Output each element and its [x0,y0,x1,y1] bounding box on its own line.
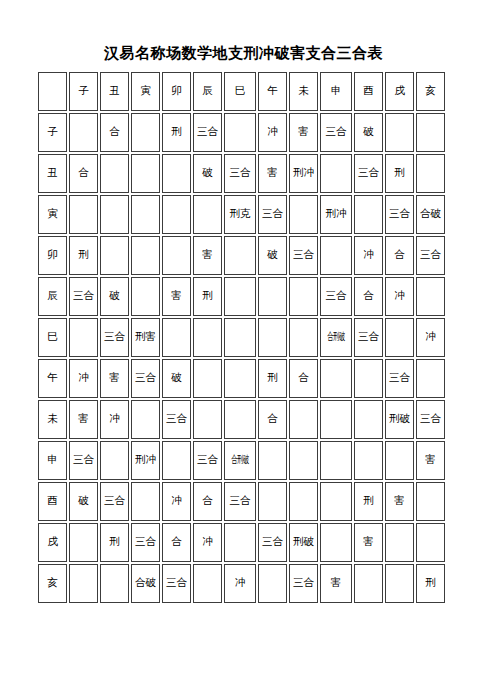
cell-午-子: 冲 [69,359,98,398]
table-row-丑: 丑合破三合害刑冲三合刑 [38,154,445,193]
cell-亥-卯: 三合 [162,564,191,603]
cell-亥-酉 [354,564,383,603]
cell-辰-午 [258,277,287,316]
cell-戌-申 [320,523,352,562]
cell-丑-子: 合 [69,154,98,193]
cell-酉-亥 [416,482,445,521]
row-header-戌: 戌 [38,523,67,562]
cell-寅-子 [69,195,98,234]
earthly-branch-relationship-table: 子丑寅卯辰巳午未申酉戌亥子合刑三合冲害三合破丑合破三合害刑冲三合刑寅刑克三合刑冲… [36,70,447,605]
cell-酉-丑: 三合 [100,482,129,521]
cell-子-亥 [416,113,445,152]
cell-巳-卯 [162,318,191,357]
cell-卯-巳 [224,236,256,275]
cell-酉-申 [320,482,352,521]
cell-申-申 [320,441,352,480]
cell-午-寅: 三合 [131,359,160,398]
cell-戌-辰: 冲 [193,523,222,562]
cell-卯-子: 刑 [69,236,98,275]
col-header-子: 子 [69,72,98,111]
cell-巳-辰 [193,318,222,357]
cell-戌-巳 [224,523,256,562]
document-page: 汉易名称场数学地支刑冲破害支合三合表 子丑寅卯辰巳午未申酉戌亥子合刑三合冲害三合… [0,0,487,690]
cell-辰-寅 [131,277,160,316]
row-header-子: 子 [38,113,67,152]
cell-寅-寅 [131,195,160,234]
table-row-酉: 酉破三合冲合三合刑害 [38,482,445,521]
cell-辰-丑: 破 [100,277,129,316]
cell-辰-子: 三合 [69,277,98,316]
table-row-卯: 卯刑害破三合冲合三合 [38,236,445,275]
cell-卯-亥: 三合 [416,236,445,275]
cell-午-辰 [193,359,222,398]
cell-亥-午 [258,564,287,603]
page-title: 汉易名称场数学地支刑冲破害支合三合表 [0,44,487,63]
cell-申-巳: 合刑破 [224,441,256,480]
cell-申-辰: 三合 [193,441,222,480]
cell-寅-辰 [193,195,222,234]
cell-酉-寅 [131,482,160,521]
cell-未-寅 [131,400,160,439]
cell-未-巳 [224,400,256,439]
corner-cell [38,72,67,111]
cell-辰-戌: 冲 [385,277,414,316]
cell-酉-卯: 冲 [162,482,191,521]
col-header-未: 未 [289,72,318,111]
cell-丑-酉: 三合 [354,154,383,193]
cell-寅-戌: 三合 [385,195,414,234]
cell-未-子: 害 [69,400,98,439]
cell-子-辰: 三合 [193,113,222,152]
cell-丑-申 [320,154,352,193]
cell-巳-申: 合刑破 [320,318,352,357]
cell-申-亥: 害 [416,441,445,480]
cell-卯-丑 [100,236,129,275]
cell-申-午 [258,441,287,480]
cell-寅-丑 [100,195,129,234]
cell-子-卯: 刑 [162,113,191,152]
cell-未-未 [289,400,318,439]
cell-酉-酉: 刑 [354,482,383,521]
cell-酉-辰: 合 [193,482,222,521]
cell-卯-卯 [162,236,191,275]
cell-申-寅: 刑冲 [131,441,160,480]
cell-子-寅 [131,113,160,152]
cell-午-戌: 三合 [385,359,414,398]
cell-子-戌 [385,113,414,152]
col-header-亥: 亥 [416,72,445,111]
cell-丑-戌: 刑 [385,154,414,193]
cell-寅-亥: 合破 [416,195,445,234]
cell-丑-午: 害 [258,154,287,193]
row-header-巳: 巳 [38,318,67,357]
cell-未-丑: 冲 [100,400,129,439]
cell-子-丑: 合 [100,113,129,152]
cell-亥-申: 害 [320,564,352,603]
cell-子-子 [69,113,98,152]
cell-未-申 [320,400,352,439]
cell-丑-卯 [162,154,191,193]
cell-酉-戌: 害 [385,482,414,521]
cell-申-卯 [162,441,191,480]
cell-辰-申: 三合 [320,277,352,316]
cell-亥-亥: 刑 [416,564,445,603]
cell-巳-丑: 三合 [100,318,129,357]
cell-卯-午: 破 [258,236,287,275]
table-row-戌: 戌刑三合合冲三合刑破害 [38,523,445,562]
cell-午-卯: 破 [162,359,191,398]
cell-寅-卯 [162,195,191,234]
cell-巳-亥: 冲 [416,318,445,357]
cell-未-酉 [354,400,383,439]
row-header-辰: 辰 [38,277,67,316]
row-header-未: 未 [38,400,67,439]
cell-戌-丑: 刑 [100,523,129,562]
cell-亥-寅: 合破 [131,564,160,603]
table-row-未: 未害冲三合合刑破三合 [38,400,445,439]
col-header-巳: 巳 [224,72,256,111]
table-row-辰: 辰三合破害刑三合合冲 [38,277,445,316]
cell-卯-酉: 冲 [354,236,383,275]
row-header-卯: 卯 [38,236,67,275]
cell-卯-辰: 害 [193,236,222,275]
cell-辰-卯: 害 [162,277,191,316]
cell-午-酉 [354,359,383,398]
cell-丑-亥 [416,154,445,193]
cell-巳-酉: 三合 [354,318,383,357]
cell-丑-丑 [100,154,129,193]
cell-子-未: 害 [289,113,318,152]
cell-卯-寅 [131,236,160,275]
table-row-子: 子合刑三合冲害三合破 [38,113,445,152]
header-row: 子丑寅卯辰巳午未申酉戌亥 [38,72,445,111]
cell-申-子: 三合 [69,441,98,480]
cell-巳-午 [258,318,287,357]
col-header-辰: 辰 [193,72,222,111]
table-row-寅: 寅刑克三合刑冲三合合破 [38,195,445,234]
cell-午-丑: 害 [100,359,129,398]
row-header-申: 申 [38,441,67,480]
cell-巳-子 [69,318,98,357]
col-header-戌: 戌 [385,72,414,111]
cell-酉-子: 破 [69,482,98,521]
cell-酉-巳: 三合 [224,482,256,521]
row-header-寅: 寅 [38,195,67,234]
cell-戌-卯: 合 [162,523,191,562]
cell-亥-戌 [385,564,414,603]
cell-戌-酉: 害 [354,523,383,562]
cell-亥-子 [69,564,98,603]
cell-戌-子 [69,523,98,562]
table-body: 子丑寅卯辰巳午未申酉戌亥子合刑三合冲害三合破丑合破三合害刑冲三合刑寅刑克三合刑冲… [38,72,445,603]
cell-子-巳 [224,113,256,152]
cell-申-未 [289,441,318,480]
row-header-亥: 亥 [38,564,67,603]
cell-未-亥: 三合 [416,400,445,439]
cell-寅-巳: 刑克 [224,195,256,234]
cell-子-申: 三合 [320,113,352,152]
cell-午-亥 [416,359,445,398]
cell-丑-巳: 三合 [224,154,256,193]
cell-戌-未: 刑破 [289,523,318,562]
cell-丑-辰: 破 [193,154,222,193]
col-header-卯: 卯 [162,72,191,111]
cell-午-申 [320,359,352,398]
cell-亥-巳: 冲 [224,564,256,603]
cell-丑-未: 刑冲 [289,154,318,193]
col-header-午: 午 [258,72,287,111]
cell-巳-巳 [224,318,256,357]
row-header-午: 午 [38,359,67,398]
cell-申-丑 [100,441,129,480]
cell-亥-未: 三合 [289,564,318,603]
table-row-申: 申三合刑冲三合合刑破害 [38,441,445,480]
table-row-午: 午冲害三合破刑合三合 [38,359,445,398]
cell-寅-未 [289,195,318,234]
cell-亥-辰 [193,564,222,603]
cell-辰-亥 [416,277,445,316]
cell-子-酉: 破 [354,113,383,152]
col-header-丑: 丑 [100,72,129,111]
cell-卯-未: 三合 [289,236,318,275]
cell-午-未: 合 [289,359,318,398]
cell-未-卯: 三合 [162,400,191,439]
cell-亥-丑 [100,564,129,603]
cell-巳-寅: 刑害 [131,318,160,357]
cell-申-戌 [385,441,414,480]
table-row-巳: 巳三合刑害合刑破三合冲 [38,318,445,357]
cell-未-辰 [193,400,222,439]
cell-辰-未 [289,277,318,316]
cell-午-午: 刑 [258,359,287,398]
cell-辰-巳 [224,277,256,316]
col-header-酉: 酉 [354,72,383,111]
cell-寅-申: 刑冲 [320,195,352,234]
row-header-丑: 丑 [38,154,67,193]
cell-戌-亥 [416,523,445,562]
cell-巳-戌 [385,318,414,357]
cell-戌-戌 [385,523,414,562]
col-header-寅: 寅 [131,72,160,111]
cell-卯-戌: 合 [385,236,414,275]
cell-酉-午 [258,482,287,521]
cell-寅-午: 三合 [258,195,287,234]
cell-巳-未 [289,318,318,357]
cell-丑-寅 [131,154,160,193]
table-row-亥: 亥合破三合冲三合害刑 [38,564,445,603]
cell-未-戌: 刑破 [385,400,414,439]
cell-未-午: 合 [258,400,287,439]
cell-申-酉 [354,441,383,480]
cell-午-巳 [224,359,256,398]
col-header-申: 申 [320,72,352,111]
cell-辰-酉: 合 [354,277,383,316]
cell-戌-寅: 三合 [131,523,160,562]
cell-戌-午: 三合 [258,523,287,562]
cell-子-午: 冲 [258,113,287,152]
cell-辰-辰: 刑 [193,277,222,316]
cell-酉-未 [289,482,318,521]
cell-卯-申 [320,236,352,275]
cell-寅-酉 [354,195,383,234]
row-header-酉: 酉 [38,482,67,521]
